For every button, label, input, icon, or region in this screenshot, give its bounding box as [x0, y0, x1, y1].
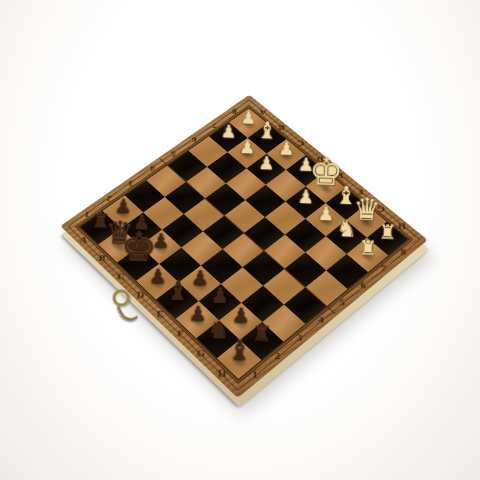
- king-glyph: ♚: [120, 226, 157, 267]
- pawn-glyph: ♟: [188, 302, 207, 323]
- chess-board: ABCDEFGH ABCDEFGH 87654321 87654321 ♟♝♟♟…: [114, 103, 374, 363]
- rook-glyph: ♜: [378, 221, 397, 242]
- rook-glyph: ♜: [358, 237, 377, 258]
- board-face: ABCDEFGH ABCDEFGH 87654321 87654321 ♟♝♟♟…: [60, 95, 427, 398]
- clasp-hook: [116, 300, 138, 325]
- product-photo: ABCDEFGH ABCDEFGH 87654321 87654321 ♟♝♟♟…: [0, 0, 480, 480]
- pawn-glyph: ♟: [149, 265, 167, 285]
- rook-glyph: ♜: [252, 322, 272, 344]
- bishop-glyph: ♝: [227, 335, 252, 363]
- knight-glyph: ♞: [336, 217, 357, 241]
- bishop-glyph: ♝: [166, 277, 190, 304]
- pawn-glyph: ♟: [232, 304, 251, 325]
- bishop-glyph: ♝: [256, 117, 278, 141]
- pawn-glyph: ♟: [211, 285, 229, 305]
- pawn-glyph: ♟: [191, 266, 209, 286]
- board-grid: ♟♝♟♟♚♝♛♜♟♟♟♟♟♞♜♟♟♟♟♟♟♜♜♛♚♟♝♟♞♝: [80, 108, 408, 378]
- knight-glyph: ♞: [207, 318, 230, 343]
